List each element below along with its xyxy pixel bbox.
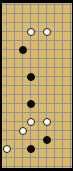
- intersection[interactable]: [35, 18, 43, 27]
- intersection[interactable]: [59, 135, 67, 144]
- intersection[interactable]: [43, 18, 51, 27]
- intersection[interactable]: [43, 144, 51, 153]
- intersection[interactable]: [43, 72, 51, 81]
- intersection[interactable]: [51, 90, 59, 99]
- intersection[interactable]: [11, 90, 19, 99]
- intersection[interactable]: [27, 162, 35, 171]
- intersection[interactable]: [43, 36, 51, 45]
- intersection[interactable]: [35, 90, 43, 99]
- intersection[interactable]: [19, 126, 27, 135]
- intersection[interactable]: [43, 108, 51, 117]
- intersection[interactable]: [59, 36, 67, 45]
- intersection[interactable]: [35, 81, 43, 90]
- intersection[interactable]: [3, 81, 11, 90]
- intersection[interactable]: [27, 153, 35, 162]
- intersection[interactable]: [3, 18, 11, 27]
- intersection[interactable]: [67, 72, 73, 81]
- intersection[interactable]: [11, 126, 19, 135]
- intersection[interactable]: [35, 0, 43, 9]
- intersection[interactable]: [11, 135, 19, 144]
- intersection[interactable]: [43, 45, 51, 54]
- intersection[interactable]: [51, 117, 59, 126]
- intersection[interactable]: [35, 162, 43, 171]
- intersection[interactable]: [59, 108, 67, 117]
- intersection[interactable]: [59, 126, 67, 135]
- intersection[interactable]: [67, 9, 73, 18]
- intersection[interactable]: [11, 81, 19, 90]
- intersection[interactable]: [59, 153, 67, 162]
- intersection[interactable]: [11, 144, 19, 153]
- intersection[interactable]: [67, 135, 73, 144]
- intersection[interactable]: [19, 36, 27, 45]
- intersection[interactable]: [11, 0, 19, 9]
- intersection[interactable]: [19, 162, 27, 171]
- intersection[interactable]: [11, 153, 19, 162]
- intersection[interactable]: [43, 81, 51, 90]
- intersection[interactable]: [3, 0, 11, 9]
- intersection[interactable]: [3, 108, 11, 117]
- black-stone[interactable]: [43, 136, 51, 144]
- intersection[interactable]: [3, 144, 11, 153]
- intersection[interactable]: [11, 99, 19, 108]
- intersection[interactable]: [51, 153, 59, 162]
- intersection[interactable]: [51, 108, 59, 117]
- intersection[interactable]: [27, 36, 35, 45]
- intersection[interactable]: [3, 36, 11, 45]
- intersection[interactable]: [43, 135, 51, 144]
- white-stone[interactable]: [3, 145, 11, 153]
- intersection[interactable]: [35, 72, 43, 81]
- intersection[interactable]: [51, 18, 59, 27]
- intersection[interactable]: [59, 90, 67, 99]
- intersection[interactable]: [3, 117, 11, 126]
- intersection[interactable]: [19, 144, 27, 153]
- intersection[interactable]: [11, 45, 19, 54]
- white-stone[interactable]: [27, 28, 35, 36]
- intersection[interactable]: [3, 27, 11, 36]
- go-diagram: [0, 0, 72, 171]
- intersection[interactable]: [43, 126, 51, 135]
- intersection[interactable]: [59, 144, 67, 153]
- intersection[interactable]: [51, 9, 59, 18]
- black-stone[interactable]: [27, 100, 35, 108]
- intersection[interactable]: [67, 81, 73, 90]
- intersection[interactable]: [67, 99, 73, 108]
- intersection[interactable]: [59, 63, 67, 72]
- intersection[interactable]: [51, 162, 59, 171]
- intersection[interactable]: [27, 99, 35, 108]
- go-board: [0, 0, 72, 171]
- intersection[interactable]: [27, 126, 35, 135]
- intersection[interactable]: [35, 36, 43, 45]
- intersection[interactable]: [35, 153, 43, 162]
- intersection[interactable]: [11, 36, 19, 45]
- intersection[interactable]: [19, 153, 27, 162]
- intersection[interactable]: [51, 27, 59, 36]
- intersection[interactable]: [19, 81, 27, 90]
- intersection[interactable]: [11, 108, 19, 117]
- intersection[interactable]: [35, 99, 43, 108]
- intersection[interactable]: [3, 135, 11, 144]
- intersection[interactable]: [51, 81, 59, 90]
- intersection[interactable]: [43, 99, 51, 108]
- intersection[interactable]: [67, 45, 73, 54]
- intersection[interactable]: [67, 153, 73, 162]
- intersection[interactable]: [19, 27, 27, 36]
- intersection[interactable]: [27, 81, 35, 90]
- intersection[interactable]: [11, 27, 19, 36]
- intersection[interactable]: [59, 27, 67, 36]
- intersection[interactable]: [19, 18, 27, 27]
- intersection[interactable]: [35, 9, 43, 18]
- intersection[interactable]: [51, 144, 59, 153]
- white-stone[interactable]: [19, 127, 27, 135]
- intersection[interactable]: [67, 36, 73, 45]
- intersection[interactable]: [59, 54, 67, 63]
- intersection[interactable]: [27, 45, 35, 54]
- intersection[interactable]: [67, 117, 73, 126]
- intersection[interactable]: [19, 135, 27, 144]
- intersection[interactable]: [35, 63, 43, 72]
- intersection[interactable]: [27, 144, 35, 153]
- intersection[interactable]: [19, 117, 27, 126]
- intersection[interactable]: [11, 54, 19, 63]
- intersection[interactable]: [59, 18, 67, 27]
- intersection[interactable]: [51, 99, 59, 108]
- intersection[interactable]: [59, 9, 67, 18]
- intersection[interactable]: [11, 63, 19, 72]
- intersection[interactable]: [27, 108, 35, 117]
- intersection[interactable]: [35, 108, 43, 117]
- intersection[interactable]: [43, 0, 51, 9]
- intersection[interactable]: [67, 18, 73, 27]
- intersection[interactable]: [51, 63, 59, 72]
- intersection[interactable]: [35, 135, 43, 144]
- intersection[interactable]: [67, 126, 73, 135]
- intersection[interactable]: [19, 9, 27, 18]
- white-stone[interactable]: [43, 118, 51, 126]
- intersection[interactable]: [59, 81, 67, 90]
- intersection[interactable]: [67, 144, 73, 153]
- intersection[interactable]: [27, 117, 35, 126]
- intersection[interactable]: [59, 45, 67, 54]
- intersection[interactable]: [43, 9, 51, 18]
- intersection[interactable]: [19, 54, 27, 63]
- intersection[interactable]: [35, 45, 43, 54]
- black-stone[interactable]: [27, 73, 35, 81]
- intersection[interactable]: [3, 99, 11, 108]
- intersection[interactable]: [35, 144, 43, 153]
- white-stone[interactable]: [43, 28, 51, 36]
- intersection[interactable]: [27, 0, 35, 9]
- intersection[interactable]: [43, 90, 51, 99]
- intersection[interactable]: [35, 126, 43, 135]
- intersection[interactable]: [11, 18, 19, 27]
- intersection[interactable]: [11, 9, 19, 18]
- intersection[interactable]: [67, 162, 73, 171]
- black-stone[interactable]: [27, 145, 35, 153]
- intersection[interactable]: [27, 63, 35, 72]
- intersection[interactable]: [27, 9, 35, 18]
- intersection[interactable]: [19, 0, 27, 9]
- intersection[interactable]: [59, 0, 67, 9]
- intersection[interactable]: [11, 162, 19, 171]
- intersection[interactable]: [67, 90, 73, 99]
- intersection[interactable]: [27, 72, 35, 81]
- intersection[interactable]: [19, 108, 27, 117]
- intersection[interactable]: [27, 27, 35, 36]
- intersection[interactable]: [35, 27, 43, 36]
- intersection[interactable]: [3, 162, 11, 171]
- intersection[interactable]: [51, 72, 59, 81]
- intersection[interactable]: [43, 162, 51, 171]
- intersection[interactable]: [35, 54, 43, 63]
- intersection[interactable]: [51, 54, 59, 63]
- intersection[interactable]: [59, 99, 67, 108]
- intersection[interactable]: [19, 72, 27, 81]
- intersection[interactable]: [27, 54, 35, 63]
- intersection[interactable]: [3, 72, 11, 81]
- intersection[interactable]: [11, 72, 19, 81]
- intersection[interactable]: [3, 126, 11, 135]
- intersection[interactable]: [3, 54, 11, 63]
- intersection[interactable]: [27, 135, 35, 144]
- intersection[interactable]: [3, 90, 11, 99]
- intersection[interactable]: [43, 27, 51, 36]
- intersection[interactable]: [51, 126, 59, 135]
- intersection[interactable]: [3, 45, 11, 54]
- star-point: [29, 138, 32, 141]
- intersection[interactable]: [43, 153, 51, 162]
- black-stone[interactable]: [19, 46, 27, 54]
- intersection[interactable]: [43, 117, 51, 126]
- intersection[interactable]: [43, 54, 51, 63]
- intersection[interactable]: [59, 117, 67, 126]
- star-point: [29, 84, 32, 87]
- intersection[interactable]: [35, 117, 43, 126]
- white-stone[interactable]: [27, 118, 35, 126]
- intersection[interactable]: [59, 72, 67, 81]
- intersection[interactable]: [51, 0, 59, 9]
- intersection[interactable]: [19, 90, 27, 99]
- board-intersections: [3, 0, 73, 171]
- intersection[interactable]: [51, 135, 59, 144]
- intersection[interactable]: [51, 45, 59, 54]
- intersection[interactable]: [51, 36, 59, 45]
- intersection[interactable]: [3, 63, 11, 72]
- intersection[interactable]: [3, 153, 11, 162]
- intersection[interactable]: [11, 117, 19, 126]
- intersection[interactable]: [3, 9, 11, 18]
- intersection[interactable]: [67, 54, 73, 63]
- intersection[interactable]: [27, 90, 35, 99]
- intersection[interactable]: [67, 63, 73, 72]
- intersection[interactable]: [59, 162, 67, 171]
- intersection[interactable]: [19, 63, 27, 72]
- intersection[interactable]: [19, 99, 27, 108]
- intersection[interactable]: [19, 45, 27, 54]
- intersection[interactable]: [67, 108, 73, 117]
- intersection[interactable]: [67, 0, 73, 9]
- intersection[interactable]: [67, 27, 73, 36]
- intersection[interactable]: [27, 18, 35, 27]
- intersection[interactable]: [43, 63, 51, 72]
